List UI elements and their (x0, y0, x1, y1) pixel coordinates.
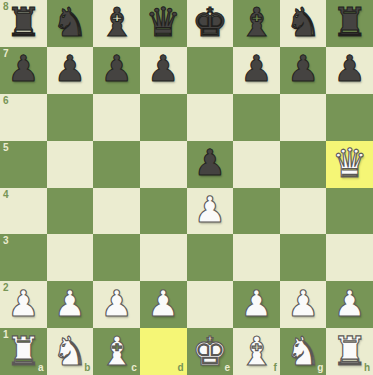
square-h4[interactable] (326, 188, 373, 235)
square-b7[interactable]: ♟ (47, 47, 94, 94)
square-h7[interactable]: ♟ (326, 47, 373, 94)
rank-label-3: 3 (3, 236, 9, 246)
square-e8[interactable]: ♚ (187, 0, 234, 47)
white-rook[interactable]: ♜ (332, 331, 368, 371)
square-h6[interactable] (326, 94, 373, 141)
black-bishop[interactable]: ♝ (239, 2, 275, 42)
square-b5[interactable] (47, 141, 94, 188)
square-h2[interactable]: ♟ (326, 281, 373, 328)
square-h8[interactable]: ♜ (326, 0, 373, 47)
white-pawn[interactable]: ♟ (334, 286, 366, 322)
square-d5[interactable] (140, 141, 187, 188)
white-bishop[interactable]: ♝ (239, 331, 275, 371)
black-bishop[interactable]: ♝ (99, 2, 135, 42)
square-f1[interactable]: f♝ (233, 328, 280, 375)
white-rook[interactable]: ♜ (5, 331, 41, 371)
square-a2[interactable]: 2♟ (0, 281, 47, 328)
black-pawn[interactable]: ♟ (7, 51, 39, 87)
square-f5[interactable] (233, 141, 280, 188)
square-e7[interactable] (187, 47, 234, 94)
white-pawn[interactable]: ♟ (7, 286, 39, 322)
square-a5[interactable]: 5 (0, 141, 47, 188)
square-c3[interactable] (93, 234, 140, 281)
square-g6[interactable] (280, 94, 327, 141)
square-d8[interactable]: ♛ (140, 0, 187, 47)
square-a8[interactable]: 8♜ (0, 0, 47, 47)
white-pawn[interactable]: ♟ (100, 286, 132, 322)
square-c4[interactable] (93, 188, 140, 235)
square-g2[interactable]: ♟ (280, 281, 327, 328)
square-f2[interactable]: ♟ (233, 281, 280, 328)
square-e3[interactable] (187, 234, 234, 281)
square-c8[interactable]: ♝ (93, 0, 140, 47)
white-pawn[interactable]: ♟ (240, 286, 272, 322)
square-f3[interactable] (233, 234, 280, 281)
rank-label-4: 4 (3, 190, 9, 200)
black-rook[interactable]: ♜ (5, 2, 41, 42)
chess-board: 8♜♞♝♛♚♝♞♜7♟♟♟♟♟♟♟65♟♛4♟32♟♟♟♟♟♟♟1a♜b♞c♝d… (0, 0, 373, 375)
square-f4[interactable] (233, 188, 280, 235)
square-d7[interactable]: ♟ (140, 47, 187, 94)
white-king[interactable]: ♚ (192, 331, 228, 371)
square-e1[interactable]: e♚ (187, 328, 234, 375)
rank-label-5: 5 (3, 143, 9, 153)
square-b3[interactable] (47, 234, 94, 281)
square-e5[interactable]: ♟ (187, 141, 234, 188)
square-c7[interactable]: ♟ (93, 47, 140, 94)
square-b1[interactable]: b♞ (47, 328, 94, 375)
square-c5[interactable] (93, 141, 140, 188)
black-pawn[interactable]: ♟ (147, 51, 179, 87)
square-c1[interactable]: c♝ (93, 328, 140, 375)
black-pawn[interactable]: ♟ (240, 51, 272, 87)
black-king[interactable]: ♚ (192, 2, 228, 42)
square-e4[interactable]: ♟ (187, 188, 234, 235)
black-pawn[interactable]: ♟ (287, 51, 319, 87)
file-label-d: d (177, 363, 183, 373)
white-bishop[interactable]: ♝ (99, 331, 135, 371)
square-g5[interactable] (280, 141, 327, 188)
white-pawn[interactable]: ♟ (54, 286, 86, 322)
square-d1[interactable]: d (140, 328, 187, 375)
square-e6[interactable] (187, 94, 234, 141)
black-rook[interactable]: ♜ (332, 2, 368, 42)
white-knight[interactable]: ♞ (52, 331, 88, 371)
square-a7[interactable]: 7♟ (0, 47, 47, 94)
square-f8[interactable]: ♝ (233, 0, 280, 47)
square-f6[interactable] (233, 94, 280, 141)
black-pawn[interactable]: ♟ (194, 145, 226, 181)
black-pawn[interactable]: ♟ (334, 51, 366, 87)
square-g7[interactable]: ♟ (280, 47, 327, 94)
square-b6[interactable] (47, 94, 94, 141)
square-h5[interactable]: ♛ (326, 141, 373, 188)
square-g4[interactable] (280, 188, 327, 235)
square-a1[interactable]: 1a♜ (0, 328, 47, 375)
white-queen[interactable]: ♛ (332, 143, 368, 183)
black-knight[interactable]: ♞ (285, 2, 321, 42)
white-pawn[interactable]: ♟ (287, 286, 319, 322)
black-knight[interactable]: ♞ (52, 2, 88, 42)
white-pawn[interactable]: ♟ (194, 192, 226, 228)
square-a6[interactable]: 6 (0, 94, 47, 141)
square-d3[interactable] (140, 234, 187, 281)
square-e2[interactable] (187, 281, 234, 328)
square-d4[interactable] (140, 188, 187, 235)
square-b8[interactable]: ♞ (47, 0, 94, 47)
black-pawn[interactable]: ♟ (100, 51, 132, 87)
white-knight[interactable]: ♞ (285, 331, 321, 371)
square-a3[interactable]: 3 (0, 234, 47, 281)
square-d6[interactable] (140, 94, 187, 141)
square-a4[interactable]: 4 (0, 188, 47, 235)
square-g8[interactable]: ♞ (280, 0, 327, 47)
square-f7[interactable]: ♟ (233, 47, 280, 94)
square-h3[interactable] (326, 234, 373, 281)
square-d2[interactable]: ♟ (140, 281, 187, 328)
square-b4[interactable] (47, 188, 94, 235)
square-c2[interactable]: ♟ (93, 281, 140, 328)
square-h1[interactable]: h♜ (326, 328, 373, 375)
black-pawn[interactable]: ♟ (54, 51, 86, 87)
white-pawn[interactable]: ♟ (147, 286, 179, 322)
square-g3[interactable] (280, 234, 327, 281)
square-b2[interactable]: ♟ (47, 281, 94, 328)
square-g1[interactable]: g♞ (280, 328, 327, 375)
black-queen[interactable]: ♛ (145, 2, 181, 42)
rank-label-6: 6 (3, 96, 9, 106)
square-c6[interactable] (93, 94, 140, 141)
